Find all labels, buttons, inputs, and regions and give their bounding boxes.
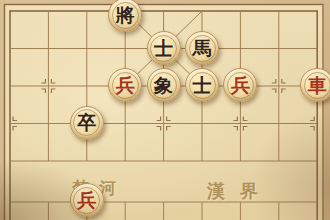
piece-red-chariot[interactable]: 車 xyxy=(300,68,330,102)
piece-glyph: 將 xyxy=(116,5,135,24)
piece-red-soldier[interactable]: 兵 xyxy=(70,183,104,217)
game-screen: 楚河 漢界 將士馬兵象士兵車卒兵 xyxy=(0,0,330,220)
piece-glyph: 象 xyxy=(154,75,173,94)
river-label-han: 漢界 xyxy=(207,179,273,203)
piece-glyph: 車 xyxy=(308,75,327,94)
piece-black-advisor[interactable]: 士 xyxy=(185,68,219,102)
piece-glyph: 兵 xyxy=(231,75,250,94)
piece-glyph: 兵 xyxy=(116,75,135,94)
piece-red-soldier[interactable]: 兵 xyxy=(108,68,142,102)
piece-glyph: 卒 xyxy=(77,113,96,132)
piece-glyph: 士 xyxy=(154,38,173,57)
piece-glyph: 馬 xyxy=(193,38,212,57)
piece-black-advisor[interactable]: 士 xyxy=(147,31,181,65)
piece-black-horse[interactable]: 馬 xyxy=(185,31,219,65)
piece-black-elephant[interactable]: 象 xyxy=(147,68,181,102)
piece-glyph: 士 xyxy=(193,75,212,94)
piece-glyph: 兵 xyxy=(77,190,96,209)
piece-black-soldier[interactable]: 卒 xyxy=(70,106,104,140)
